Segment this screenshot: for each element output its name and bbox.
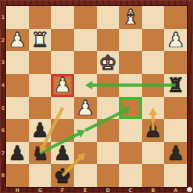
piece-white-pawn-e5[interactable]: ♟	[76, 97, 94, 117]
piece-black-pawn-f7[interactable]: ♟	[54, 143, 72, 163]
square-e6[interactable]	[74, 119, 97, 142]
square-h4[interactable]	[6, 74, 29, 97]
square-f6[interactable]	[51, 119, 74, 142]
square-c2[interactable]	[119, 29, 142, 52]
piece-black-pawn-a7[interactable]: ♟	[167, 143, 185, 163]
piece-white-king-d3[interactable]: ♚	[99, 52, 117, 72]
square-h8[interactable]	[6, 164, 29, 187]
file-label-a: a	[164, 187, 187, 193]
piece-black-knight-g7[interactable]: ♞	[31, 143, 49, 163]
square-e4[interactable]	[74, 74, 97, 97]
square-f1[interactable]	[51, 6, 74, 29]
piece-white-rook-g2[interactable]: ♜	[31, 29, 49, 49]
square-e2[interactable]	[74, 29, 97, 52]
square-b2[interactable]	[142, 29, 165, 52]
square-g1[interactable]	[29, 6, 52, 29]
chess-board[interactable]: ♝♟♜♟♚♟♜♟♟♟♟♞♟♟♚	[6, 6, 187, 187]
square-a3[interactable]	[164, 51, 187, 74]
square-g3[interactable]	[29, 51, 52, 74]
piece-black-king-f8[interactable]: ♚	[54, 165, 72, 185]
square-c4[interactable]	[119, 74, 142, 97]
square-c6[interactable]	[119, 119, 142, 142]
square-c3[interactable]	[119, 51, 142, 74]
square-h1[interactable]	[6, 6, 29, 29]
square-g4[interactable]	[29, 74, 52, 97]
square-f7[interactable]: ♟	[51, 142, 74, 165]
piece-black-pawn-b6[interactable]: ♟	[144, 120, 162, 140]
square-d4[interactable]	[97, 74, 120, 97]
square-h2[interactable]: ♟	[6, 29, 29, 52]
square-g2[interactable]: ♜	[29, 29, 52, 52]
square-c1[interactable]: ♝	[119, 6, 142, 29]
square-h7[interactable]: ♟	[6, 142, 29, 165]
square-f3[interactable]	[51, 51, 74, 74]
piece-white-pawn-a2[interactable]: ♟	[167, 29, 185, 49]
piece-white-bishop-c1[interactable]: ♝	[121, 7, 139, 27]
square-a8[interactable]	[164, 164, 187, 187]
piece-black-pawn-g6[interactable]: ♟	[31, 120, 49, 140]
rank-label-8: 8	[0, 164, 6, 187]
square-a1[interactable]	[164, 6, 187, 29]
square-h5[interactable]	[6, 97, 29, 120]
chess-board-screenshot: ♝♟♜♟♚♟♜♟♟♟♟♞♟♟♚ 12345678hgfedcba	[0, 0, 193, 193]
square-d1[interactable]	[97, 6, 120, 29]
file-label-f: f	[51, 187, 74, 193]
square-f2[interactable]	[51, 29, 74, 52]
square-d6[interactable]	[97, 119, 120, 142]
square-b7[interactable]	[142, 142, 165, 165]
square-a4[interactable]: ♜	[164, 74, 187, 97]
square-e1[interactable]	[74, 6, 97, 29]
piece-white-pawn-h2[interactable]: ♟	[8, 29, 26, 49]
square-b4[interactable]	[142, 74, 165, 97]
square-b6[interactable]: ♟	[142, 119, 165, 142]
piece-black-rook-a4[interactable]: ♜	[167, 75, 185, 95]
square-a5[interactable]	[164, 97, 187, 120]
square-f5[interactable]	[51, 97, 74, 120]
rank-label-1: 1	[0, 6, 6, 29]
square-e7[interactable]	[74, 142, 97, 165]
square-d2[interactable]	[97, 29, 120, 52]
file-label-c: c	[119, 187, 142, 193]
piece-black-pawn-h7[interactable]: ♟	[8, 143, 26, 163]
square-f8[interactable]: ♚	[51, 164, 74, 187]
rank-label-5: 5	[0, 97, 6, 120]
square-e5[interactable]: ♟	[74, 97, 97, 120]
square-e8[interactable]	[74, 164, 97, 187]
square-b1[interactable]	[142, 6, 165, 29]
file-label-b: b	[142, 187, 165, 193]
square-f4-highlighted[interactable]: ♟	[51, 74, 74, 97]
square-g6[interactable]: ♟	[29, 119, 52, 142]
square-g7[interactable]: ♞	[29, 142, 52, 165]
white-to-move-indicator	[187, 187, 192, 192]
rank-label-7: 7	[0, 142, 6, 165]
square-g8[interactable]	[29, 164, 52, 187]
square-h6[interactable]	[6, 119, 29, 142]
piece-white-pawn-f4[interactable]: ♟	[54, 75, 72, 95]
square-c5-highlighted[interactable]	[119, 97, 142, 120]
square-a7[interactable]: ♟	[164, 142, 187, 165]
square-a6[interactable]	[164, 119, 187, 142]
square-g5[interactable]	[29, 97, 52, 120]
square-d8[interactable]	[97, 164, 120, 187]
file-label-e: e	[74, 187, 97, 193]
square-c7[interactable]	[119, 142, 142, 165]
rank-label-6: 6	[0, 119, 6, 142]
square-c8[interactable]	[119, 164, 142, 187]
square-d3[interactable]: ♚	[97, 51, 120, 74]
square-b5[interactable]	[142, 97, 165, 120]
rank-label-3: 3	[0, 51, 6, 74]
square-a2[interactable]: ♟	[164, 29, 187, 52]
square-e3[interactable]	[74, 51, 97, 74]
square-b8[interactable]	[142, 164, 165, 187]
rank-label-2: 2	[0, 29, 6, 52]
square-d5[interactable]	[97, 97, 120, 120]
file-label-h: h	[6, 187, 29, 193]
square-h3[interactable]	[6, 51, 29, 74]
square-d7[interactable]	[97, 142, 120, 165]
file-label-d: d	[97, 187, 120, 193]
file-label-g: g	[29, 187, 52, 193]
square-b3[interactable]	[142, 51, 165, 74]
rank-label-4: 4	[0, 74, 6, 97]
